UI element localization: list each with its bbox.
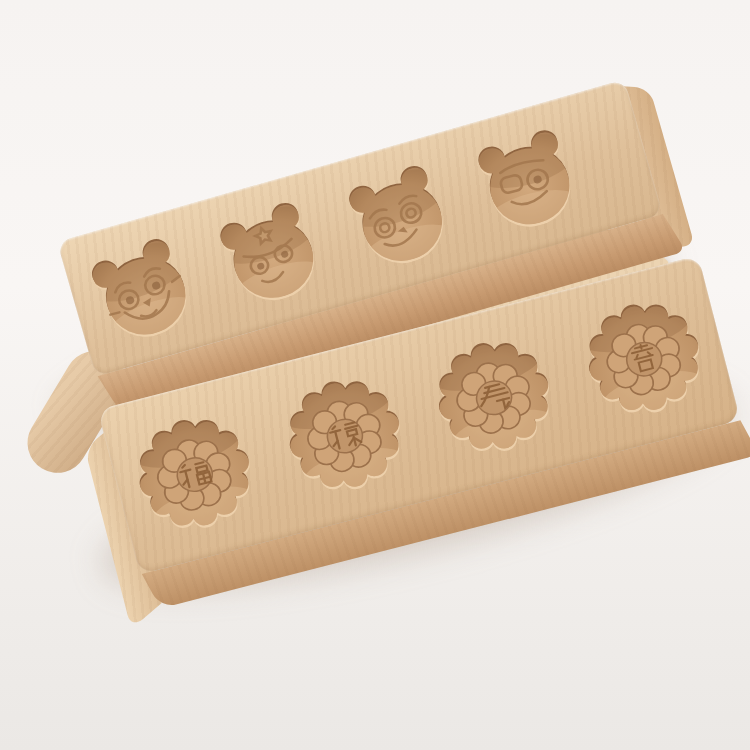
product-photo-canvas: { "scene": { "description": "Overhead st… xyxy=(0,0,750,750)
